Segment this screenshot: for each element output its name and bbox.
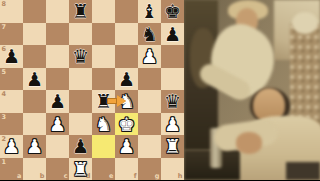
square-h1[interactable]: h	[161, 158, 184, 181]
white-knight[interactable]: ♞	[92, 113, 115, 136]
square-a3[interactable]: 3	[0, 113, 23, 136]
square-a2[interactable]: 2♟	[0, 135, 23, 158]
move-arrow-icon	[117, 95, 126, 107]
white-rook[interactable]: ♜	[69, 158, 92, 181]
black-pawn[interactable]: ♟	[23, 68, 46, 91]
square-b6[interactable]	[23, 45, 46, 68]
square-a7[interactable]: 7	[0, 23, 23, 46]
square-d4[interactable]	[69, 90, 92, 113]
white-pawn[interactable]: ♟	[138, 45, 161, 68]
square-e8[interactable]	[92, 0, 115, 23]
black-pawn[interactable]: ♟	[69, 135, 92, 158]
chess-board[interactable]: 8♜♝♚7♞♟6♟♛♟5♟♟4♟♜♞♛3♟♞♚♟2♟♟♟♟♜1abcd♜efgh	[0, 0, 184, 180]
square-c3[interactable]: ♟	[46, 113, 69, 136]
square-f8[interactable]	[115, 0, 138, 23]
square-c7[interactable]	[46, 23, 69, 46]
white-rook[interactable]: ♜	[161, 135, 184, 158]
square-e3[interactable]: ♞	[92, 113, 115, 136]
square-a4[interactable]: 4	[0, 90, 23, 113]
file-label-c: c	[64, 173, 68, 180]
square-g4[interactable]	[138, 90, 161, 113]
white-king[interactable]: ♚	[115, 113, 138, 136]
black-pawn[interactable]: ♟	[115, 68, 138, 91]
square-c5[interactable]	[46, 68, 69, 91]
rank-label-4: 4	[2, 91, 7, 98]
file-label-h: h	[178, 173, 183, 180]
square-f7[interactable]	[115, 23, 138, 46]
white-pawn[interactable]: ♟	[115, 135, 138, 158]
square-g6[interactable]: ♟	[138, 45, 161, 68]
file-label-g: g	[155, 173, 160, 180]
square-h2[interactable]: ♜	[161, 135, 184, 158]
square-h8[interactable]: ♚	[161, 0, 184, 23]
square-f1[interactable]: f	[115, 158, 138, 181]
square-d6[interactable]: ♛	[69, 45, 92, 68]
white-pawn[interactable]: ♟	[161, 113, 184, 136]
square-b4[interactable]	[23, 90, 46, 113]
square-c4[interactable]: ♟	[46, 90, 69, 113]
square-b8[interactable]	[23, 0, 46, 23]
square-e1[interactable]: e	[92, 158, 115, 181]
black-rook[interactable]: ♜	[69, 0, 92, 23]
black-pawn[interactable]: ♟	[46, 90, 69, 113]
square-d3[interactable]	[69, 113, 92, 136]
black-pawn[interactable]: ♟	[0, 45, 23, 68]
square-b5[interactable]: ♟	[23, 68, 46, 91]
square-b7[interactable]	[23, 23, 46, 46]
square-e6[interactable]	[92, 45, 115, 68]
photo-man-hands	[236, 132, 262, 154]
black-bishop[interactable]: ♝	[138, 0, 161, 23]
square-e2[interactable]	[92, 135, 115, 158]
rank-label-1: 1	[2, 159, 7, 166]
square-h7[interactable]: ♟	[161, 23, 184, 46]
square-h6[interactable]	[161, 45, 184, 68]
square-d8[interactable]: ♜	[69, 0, 92, 23]
square-g7[interactable]: ♞	[138, 23, 161, 46]
square-f2[interactable]: ♟	[115, 135, 138, 158]
move-arrow-shaft	[107, 98, 117, 104]
screenshot: 8♜♝♚7♞♟6♟♛♟5♟♟4♟♜♞♛3♟♞♚♟2♟♟♟♟♜1abcd♜efgh	[0, 0, 320, 180]
white-pawn[interactable]: ♟	[46, 113, 69, 136]
rank-label-3: 3	[2, 114, 7, 121]
square-g5[interactable]	[138, 68, 161, 91]
rank-label-5: 5	[2, 69, 7, 76]
square-c8[interactable]	[46, 0, 69, 23]
white-pawn[interactable]: ♟	[23, 135, 46, 158]
square-g3[interactable]	[138, 113, 161, 136]
square-a1[interactable]: 1a	[0, 158, 23, 181]
square-b2[interactable]: ♟	[23, 135, 46, 158]
square-d5[interactable]	[69, 68, 92, 91]
square-f5[interactable]: ♟	[115, 68, 138, 91]
square-f6[interactable]	[115, 45, 138, 68]
file-label-a: a	[17, 173, 21, 180]
photo-corner-shadow	[286, 162, 320, 180]
square-h4[interactable]: ♛	[161, 90, 184, 113]
rank-label-7: 7	[2, 24, 7, 31]
square-h5[interactable]	[161, 68, 184, 91]
square-f3[interactable]: ♚	[115, 113, 138, 136]
square-g2[interactable]	[138, 135, 161, 158]
file-label-f: f	[134, 173, 137, 180]
white-pawn[interactable]: ♟	[0, 135, 23, 158]
square-b1[interactable]: b	[23, 158, 46, 181]
square-g8[interactable]: ♝	[138, 0, 161, 23]
square-c1[interactable]: c	[46, 158, 69, 181]
square-a5[interactable]: 5	[0, 68, 23, 91]
square-a8[interactable]: 8	[0, 0, 23, 23]
square-b3[interactable]	[23, 113, 46, 136]
black-queen[interactable]: ♛	[69, 45, 92, 68]
square-d1[interactable]: d♜	[69, 158, 92, 181]
square-c2[interactable]	[46, 135, 69, 158]
file-label-e: e	[109, 173, 113, 180]
square-e7[interactable]	[92, 23, 115, 46]
black-pawn[interactable]: ♟	[161, 23, 184, 46]
square-d2[interactable]: ♟	[69, 135, 92, 158]
square-e5[interactable]	[92, 68, 115, 91]
square-a6[interactable]: 6♟	[0, 45, 23, 68]
square-g1[interactable]: g	[138, 158, 161, 181]
square-d7[interactable]	[69, 23, 92, 46]
black-queen[interactable]: ♛	[161, 90, 184, 113]
file-label-b: b	[40, 173, 45, 180]
photo-light-scarf	[292, 12, 318, 34]
black-knight[interactable]: ♞	[138, 23, 161, 46]
black-king[interactable]: ♚	[161, 0, 184, 23]
square-h3[interactable]: ♟	[161, 113, 184, 136]
vintage-photo	[184, 0, 320, 180]
square-c6[interactable]	[46, 45, 69, 68]
rank-label-8: 8	[2, 1, 7, 8]
